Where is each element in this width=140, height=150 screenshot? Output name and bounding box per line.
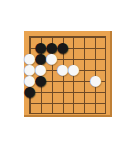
- white-stone[interactable]: ●: [90, 74, 101, 85]
- screenshot-canvas: ●●●●●●●●●●●●●●: [0, 0, 140, 150]
- black-stone[interactable]: ●: [24, 85, 35, 96]
- black-stone[interactable]: ●: [57, 41, 68, 52]
- go-board[interactable]: ●●●●●●●●●●●●●●: [24, 31, 112, 117]
- black-stone[interactable]: ●: [35, 74, 46, 85]
- white-stone[interactable]: ●: [68, 63, 79, 74]
- stones-layer[interactable]: ●●●●●●●●●●●●●●: [24, 30, 112, 118]
